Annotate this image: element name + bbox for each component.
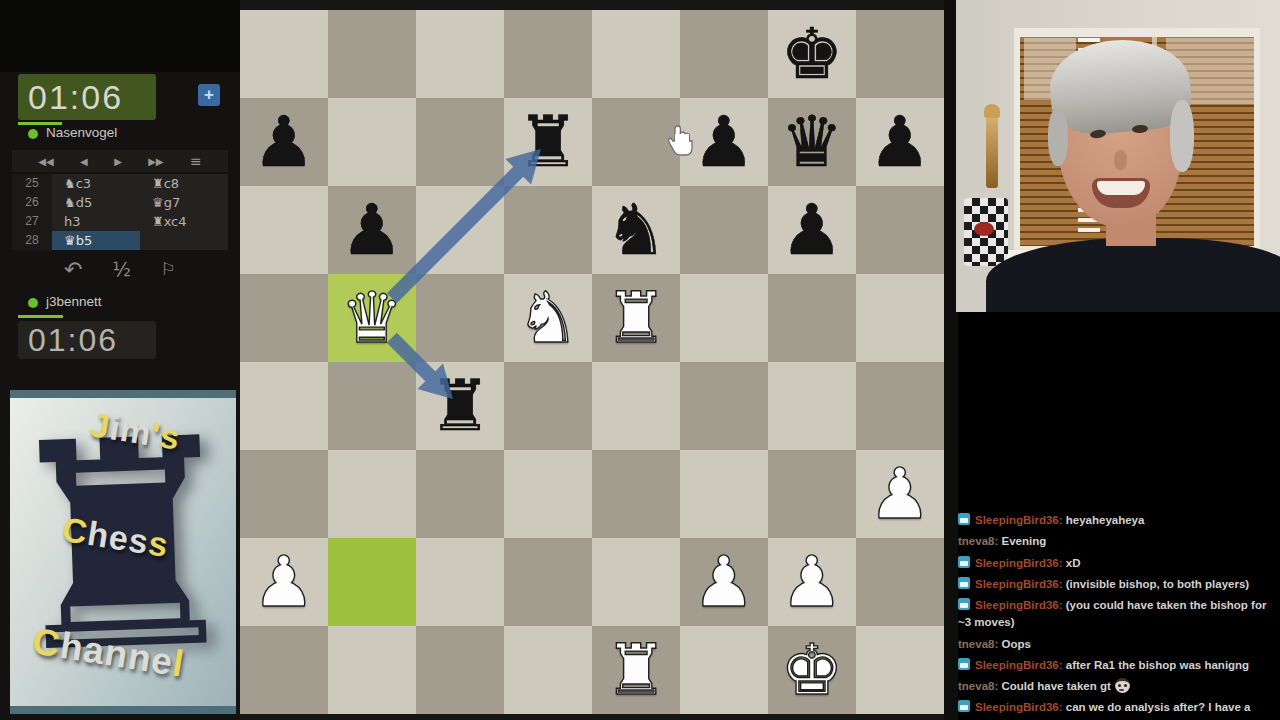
square-f6[interactable] xyxy=(680,186,768,274)
square-c6[interactable] xyxy=(416,186,504,274)
face-emote-icon xyxy=(1115,678,1130,693)
move-white[interactable]: ♞c3 xyxy=(52,174,140,193)
piece-white-pawn: ♟ xyxy=(240,538,328,626)
move-black[interactable] xyxy=(140,231,228,250)
square-h4[interactable] xyxy=(856,362,944,450)
square-a7[interactable]: ♟ xyxy=(240,98,328,186)
piece-black-queen: ♛ xyxy=(768,98,856,186)
square-h2[interactable] xyxy=(856,538,944,626)
piece-black-pawn: ♟ xyxy=(240,98,328,186)
game-action-bar: ↶½⚐ xyxy=(12,254,228,284)
board-frame-top xyxy=(240,0,956,10)
chat-text: Evening xyxy=(998,535,1046,547)
chat-text: Oops xyxy=(998,638,1031,650)
square-c4[interactable]: ♜ xyxy=(416,362,504,450)
chat-badge-icon xyxy=(958,556,970,568)
square-h7[interactable]: ♟ xyxy=(856,98,944,186)
square-d6[interactable] xyxy=(504,186,592,274)
square-e6[interactable]: ♞ xyxy=(592,186,680,274)
square-g6[interactable]: ♟ xyxy=(768,186,856,274)
wall-decoration xyxy=(964,198,1008,266)
chat-badge-icon xyxy=(958,513,970,525)
stream-chat: SleepingBird36: heyaheyaheyatneva8: Even… xyxy=(958,512,1276,720)
square-g8[interactable]: ♚ xyxy=(768,10,856,98)
square-a4[interactable] xyxy=(240,362,328,450)
square-f2[interactable]: ♟ xyxy=(680,538,768,626)
piece-black-knight: ♞ xyxy=(592,186,680,274)
square-a5[interactable] xyxy=(240,274,328,362)
move-list: 25♞c3♜c826♞d5♛g727h3♜xc428♛b5 xyxy=(12,174,228,250)
square-a6[interactable] xyxy=(240,186,328,274)
chat-badge-icon xyxy=(958,700,970,712)
stream-screen: 01:06 + Nasenvogel 1816 ◀◀◀▶▶▶≡ 25♞c3♜c8… xyxy=(0,0,1280,720)
move-white[interactable]: ♞d5 xyxy=(52,193,140,212)
move-navigation-bar: ◀◀◀▶▶▶≡ xyxy=(12,150,228,172)
chat-message: SleepingBird36: (you could have taken th… xyxy=(958,597,1276,632)
chess-board[interactable]: ♚♟♜♟♛♟♟♞♟♛♞♜♜♟♟♟♟♜♚ xyxy=(240,10,944,714)
resign-flag-button[interactable]: ⚐ xyxy=(161,259,176,279)
square-b5[interactable]: ♛ xyxy=(328,274,416,362)
piece-white-pawn: ♟ xyxy=(856,450,944,538)
square-c8[interactable] xyxy=(416,10,504,98)
game-panel: 01:06 + Nasenvogel 1816 ◀◀◀▶▶▶≡ 25♞c3♜c8… xyxy=(0,0,240,720)
square-e4[interactable] xyxy=(592,362,680,450)
top-player-name[interactable]: Nasenvogel xyxy=(46,125,117,140)
square-c2[interactable] xyxy=(416,538,504,626)
takeback-button[interactable]: ↶ xyxy=(64,257,82,282)
square-b1[interactable] xyxy=(328,626,416,714)
piece-black-rook: ♜ xyxy=(504,98,592,186)
chat-text: (invisible bishop, to both players) xyxy=(1063,578,1250,590)
wall-trophy xyxy=(986,116,998,188)
move-row: 26♞d5♛g7 xyxy=(12,193,228,212)
piece-white-king: ♚ xyxy=(768,626,856,714)
piece-black-pawn: ♟ xyxy=(768,186,856,274)
square-g4[interactable] xyxy=(768,362,856,450)
top-player-online-dot xyxy=(28,129,38,139)
move-row: 27h3♜xc4 xyxy=(12,212,228,231)
draw-offer-button[interactable]: ½ xyxy=(112,258,130,280)
square-b6[interactable]: ♟ xyxy=(328,186,416,274)
square-g1[interactable]: ♚ xyxy=(768,626,856,714)
square-f4[interactable] xyxy=(680,362,768,450)
move-row: 25♞c3♜c8 xyxy=(12,174,228,193)
square-d4[interactable] xyxy=(504,362,592,450)
chat-message: tneva8: Oops xyxy=(958,636,1276,653)
square-e5[interactable]: ♜ xyxy=(592,274,680,362)
panel-top-spacer xyxy=(0,0,240,72)
square-h5[interactable] xyxy=(856,274,944,362)
chat-username[interactable]: SleepingBird36: xyxy=(975,659,1063,671)
piece-white-rook: ♜ xyxy=(592,274,680,362)
piece-white-pawn: ♟ xyxy=(768,538,856,626)
top-player-clock: 01:06 xyxy=(18,74,156,120)
square-c7[interactable] xyxy=(416,98,504,186)
move-number: 26 xyxy=(12,193,52,212)
streamer-hair-left xyxy=(1048,108,1068,166)
bottom-player-clock: 01:06 xyxy=(18,321,156,359)
chat-text: xD xyxy=(1063,557,1081,569)
piece-white-rook: ♜ xyxy=(592,626,680,714)
square-d2[interactable] xyxy=(504,538,592,626)
prev-move-button[interactable]: ◀ xyxy=(80,156,88,167)
chat-message: SleepingBird36: xD xyxy=(958,555,1276,572)
piece-white-knight: ♞ xyxy=(504,274,592,362)
chat-message: SleepingBird36: after Ra1 the bishop was… xyxy=(958,657,1276,674)
chat-username[interactable]: SleepingBird36: xyxy=(975,578,1063,590)
chat-text: heyaheyaheya xyxy=(1063,514,1145,526)
square-b2[interactable] xyxy=(328,538,416,626)
piece-black-rook: ♜ xyxy=(416,362,504,450)
move-white[interactable]: h3 xyxy=(52,212,140,231)
square-a1[interactable] xyxy=(240,626,328,714)
move-number: 28 xyxy=(12,231,52,250)
chat-username[interactable]: tneva8: xyxy=(958,535,998,547)
chat-message: SleepingBird36: (invisible bishop, to bo… xyxy=(958,576,1276,593)
channel-logo: ♜ Jim's Chess Channel xyxy=(10,390,236,714)
square-h8[interactable] xyxy=(856,10,944,98)
bottom-clock-progress-bar xyxy=(18,315,63,318)
chat-message: SleepingBird36: heyaheyaheya xyxy=(958,512,1276,529)
chat-badge-icon xyxy=(958,658,970,670)
chat-username[interactable]: SleepingBird36: xyxy=(975,701,1063,713)
add-time-button[interactable]: + xyxy=(198,84,220,106)
square-e3[interactable] xyxy=(592,450,680,538)
square-g7[interactable]: ♛ xyxy=(768,98,856,186)
streamer-nose xyxy=(1114,150,1127,170)
chat-username[interactable]: SleepingBird36: xyxy=(975,557,1063,569)
square-d5[interactable]: ♞ xyxy=(504,274,592,362)
square-e1[interactable]: ♜ xyxy=(592,626,680,714)
chat-username[interactable]: tneva8: xyxy=(958,638,998,650)
square-b3[interactable] xyxy=(328,450,416,538)
square-e2[interactable] xyxy=(592,538,680,626)
bottom-player-name[interactable]: j3bennett xyxy=(46,294,102,309)
square-a3[interactable] xyxy=(240,450,328,538)
square-c5[interactable] xyxy=(416,274,504,362)
chat-message: SleepingBird36: can we do analysis after… xyxy=(958,699,1276,720)
square-g5[interactable] xyxy=(768,274,856,362)
next-move-button[interactable]: ▶ xyxy=(114,156,122,167)
square-f5[interactable] xyxy=(680,274,768,362)
webcam-video xyxy=(956,0,1280,312)
square-d8[interactable] xyxy=(504,10,592,98)
mouse-cursor xyxy=(664,124,694,158)
square-h3[interactable]: ♟ xyxy=(856,450,944,538)
bottom-player-online-dot xyxy=(28,298,38,308)
square-f1[interactable] xyxy=(680,626,768,714)
chat-message: tneva8: Evening xyxy=(958,533,1276,550)
square-e8[interactable] xyxy=(592,10,680,98)
square-a2[interactable]: ♟ xyxy=(240,538,328,626)
square-a8[interactable] xyxy=(240,10,328,98)
square-b7[interactable] xyxy=(328,98,416,186)
square-h1[interactable] xyxy=(856,626,944,714)
square-d7[interactable]: ♜ xyxy=(504,98,592,186)
first-move-button[interactable]: ◀◀ xyxy=(38,156,53,167)
square-g3[interactable] xyxy=(768,450,856,538)
piece-black-pawn: ♟ xyxy=(328,186,416,274)
square-c3[interactable] xyxy=(416,450,504,538)
board-frame-bottom xyxy=(240,714,956,720)
chat-text: after Ra1 the bishop was hanigng xyxy=(1063,659,1250,671)
chat-message: tneva8: Could have taken gt xyxy=(958,678,1276,695)
last-move-button[interactable]: ▶▶ xyxy=(148,156,163,167)
move-number: 25 xyxy=(12,174,52,193)
piece-white-queen: ♛ xyxy=(328,274,416,362)
chat-username[interactable]: SleepingBird36: xyxy=(975,599,1063,611)
chat-badge-icon xyxy=(958,598,970,610)
piece-black-pawn: ♟ xyxy=(856,98,944,186)
square-c1[interactable] xyxy=(416,626,504,714)
piece-white-pawn: ♟ xyxy=(680,538,768,626)
move-number: 27 xyxy=(12,212,52,231)
square-b4[interactable] xyxy=(328,362,416,450)
square-g2[interactable]: ♟ xyxy=(768,538,856,626)
move-white[interactable]: ♛b5 xyxy=(52,231,140,250)
move-row: 28♛b5 xyxy=(12,231,228,250)
square-f8[interactable] xyxy=(680,10,768,98)
menu-button[interactable]: ≡ xyxy=(190,153,202,169)
chat-username[interactable]: tneva8: xyxy=(958,680,998,692)
square-d3[interactable] xyxy=(504,450,592,538)
piece-black-king: ♚ xyxy=(768,10,856,98)
move-black[interactable]: ♜c8 xyxy=(140,174,228,193)
streamer-hair-right xyxy=(1170,100,1194,172)
move-black[interactable]: ♛g7 xyxy=(140,193,228,212)
square-d1[interactable] xyxy=(504,626,592,714)
chat-text: Could have taken gt xyxy=(998,680,1110,692)
chat-username[interactable]: SleepingBird36: xyxy=(975,514,1063,526)
square-h6[interactable] xyxy=(856,186,944,274)
square-b8[interactable] xyxy=(328,10,416,98)
square-f3[interactable] xyxy=(680,450,768,538)
move-black[interactable]: ♜xc4 xyxy=(140,212,228,231)
chat-badge-icon xyxy=(958,577,970,589)
